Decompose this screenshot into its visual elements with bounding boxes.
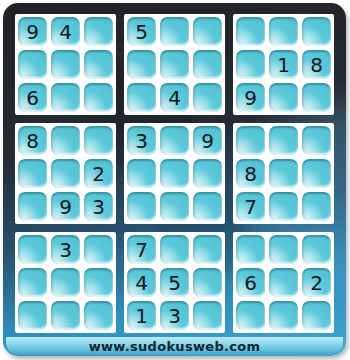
cell-r6c6[interactable] <box>193 192 222 221</box>
cell-r5c5[interactable] <box>160 159 189 188</box>
cell-r2c3[interactable] <box>84 50 113 79</box>
cell-r2c6[interactable] <box>193 50 222 79</box>
cell-r5c4[interactable] <box>127 159 156 188</box>
cell-r3c6[interactable] <box>193 83 222 112</box>
cell-r8c9[interactable]: 2 <box>302 268 331 297</box>
cell-r1c5[interactable] <box>160 17 189 46</box>
cell-r9c8[interactable] <box>269 301 298 330</box>
cell-r3c4[interactable] <box>127 83 156 112</box>
cell-r7c2[interactable]: 3 <box>51 235 80 264</box>
cell-r4c8[interactable] <box>269 126 298 155</box>
cell-r2c4[interactable] <box>127 50 156 79</box>
cell-r2c2[interactable] <box>51 50 80 79</box>
cell-r1c7[interactable] <box>236 17 265 46</box>
cell-r3c2[interactable] <box>51 83 80 112</box>
cell-r9c4[interactable]: 1 <box>127 301 156 330</box>
box-6: 87 <box>233 123 334 224</box>
cell-r4c6[interactable]: 9 <box>193 126 222 155</box>
cell-r1c9[interactable] <box>302 17 331 46</box>
cell-r3c3[interactable] <box>84 83 113 112</box>
cell-r7c8[interactable] <box>269 235 298 264</box>
cell-r8c2[interactable] <box>51 268 80 297</box>
cell-r4c7[interactable] <box>236 126 265 155</box>
cell-r5c9[interactable] <box>302 159 331 188</box>
cell-r8c8[interactable] <box>269 268 298 297</box>
cell-r7c5[interactable] <box>160 235 189 264</box>
cell-r5c1[interactable] <box>18 159 47 188</box>
cell-r5c8[interactable] <box>269 159 298 188</box>
box-8: 74513 <box>124 232 225 333</box>
box-9: 62 <box>233 232 334 333</box>
website-link[interactable]: www.sudokusweb.com <box>89 339 261 354</box>
cell-r9c1[interactable] <box>18 301 47 330</box>
cell-r4c2[interactable] <box>51 126 80 155</box>
cell-r2c8[interactable]: 1 <box>269 50 298 79</box>
cell-r8c1[interactable] <box>18 268 47 297</box>
cell-r9c7[interactable] <box>236 301 265 330</box>
cell-r1c6[interactable] <box>193 17 222 46</box>
footer-banner: www.sudokusweb.com <box>6 337 343 355</box>
cell-r9c5[interactable]: 3 <box>160 301 189 330</box>
box-2: 54 <box>124 14 225 115</box>
cell-r7c9[interactable] <box>302 235 331 264</box>
cell-r7c4[interactable]: 7 <box>127 235 156 264</box>
cell-r9c6[interactable] <box>193 301 222 330</box>
cell-r4c5[interactable] <box>160 126 189 155</box>
cell-r9c2[interactable] <box>51 301 80 330</box>
cell-r1c2[interactable]: 4 <box>51 17 80 46</box>
cell-r3c8[interactable] <box>269 83 298 112</box>
cell-r1c8[interactable] <box>269 17 298 46</box>
cell-r1c4[interactable]: 5 <box>127 17 156 46</box>
cell-r5c7[interactable]: 8 <box>236 159 265 188</box>
cell-r5c2[interactable] <box>51 159 80 188</box>
cell-r5c6[interactable] <box>193 159 222 188</box>
cell-r6c9[interactable] <box>302 192 331 221</box>
cell-r3c1[interactable]: 6 <box>18 83 47 112</box>
cell-r4c4[interactable]: 3 <box>127 126 156 155</box>
cell-r6c2[interactable]: 9 <box>51 192 80 221</box>
cell-r6c7[interactable]: 7 <box>236 192 265 221</box>
cell-r2c1[interactable] <box>18 50 47 79</box>
cell-r7c6[interactable] <box>193 235 222 264</box>
cell-r6c3[interactable]: 3 <box>84 192 113 221</box>
cell-r4c9[interactable] <box>302 126 331 155</box>
cell-r3c5[interactable]: 4 <box>160 83 189 112</box>
cell-r8c3[interactable] <box>84 268 113 297</box>
cell-r4c3[interactable] <box>84 126 113 155</box>
cell-r8c5[interactable]: 5 <box>160 268 189 297</box>
sudoku-board-frame: 946541898293398737451362 www.sudokusweb.… <box>3 3 346 356</box>
cell-r8c7[interactable]: 6 <box>236 268 265 297</box>
cell-r1c1[interactable]: 9 <box>18 17 47 46</box>
box-1: 946 <box>15 14 116 115</box>
cell-r7c3[interactable] <box>84 235 113 264</box>
cell-r7c1[interactable] <box>18 235 47 264</box>
cell-r6c1[interactable] <box>18 192 47 221</box>
cell-r8c4[interactable]: 4 <box>127 268 156 297</box>
sudoku-board: 946541898293398737451362 <box>15 14 334 333</box>
cell-r3c7[interactable]: 9 <box>236 83 265 112</box>
cell-r9c3[interactable] <box>84 301 113 330</box>
cell-r3c9[interactable] <box>302 83 331 112</box>
cell-r2c5[interactable] <box>160 50 189 79</box>
cell-r7c7[interactable] <box>236 235 265 264</box>
box-3: 189 <box>233 14 334 115</box>
cell-r4c1[interactable]: 8 <box>18 126 47 155</box>
box-5: 39 <box>124 123 225 224</box>
cell-r9c9[interactable] <box>302 301 331 330</box>
cell-r1c3[interactable] <box>84 17 113 46</box>
cell-r6c8[interactable] <box>269 192 298 221</box>
cell-r5c3[interactable]: 2 <box>84 159 113 188</box>
box-4: 8293 <box>15 123 116 224</box>
cell-r6c5[interactable] <box>160 192 189 221</box>
cell-r6c4[interactable] <box>127 192 156 221</box>
cell-r8c6[interactable] <box>193 268 222 297</box>
cell-r2c9[interactable]: 8 <box>302 50 331 79</box>
cell-r2c7[interactable] <box>236 50 265 79</box>
page: 946541898293398737451362 www.sudokusweb.… <box>0 0 350 360</box>
box-7: 3 <box>15 232 116 333</box>
